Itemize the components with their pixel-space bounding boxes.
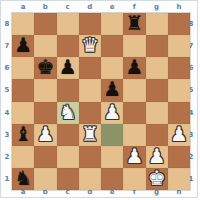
square-g1[interactable]: ♚: [146, 168, 168, 190]
square-a3[interactable]: ♝: [12, 124, 34, 146]
square-a1[interactable]: ♞: [12, 168, 34, 190]
file-label-g: g: [146, 2, 168, 12]
square-d2[interactable]: [79, 146, 101, 168]
square-c2[interactable]: [57, 146, 79, 168]
square-b3[interactable]: ♟: [34, 124, 56, 146]
square-d7[interactable]: ♛: [79, 35, 101, 57]
piece-black-pawn[interactable]: ♟: [125, 57, 143, 77]
piece-white-pawn[interactable]: ♟: [103, 102, 121, 122]
rank-label-8: 8: [2, 13, 12, 35]
rank-label-5: 5: [2, 79, 12, 101]
square-a4[interactable]: [12, 102, 34, 124]
chess-board: ♜♟♛♚♟♟♟♞♟♝♟♜♟♟♟♞♚: [12, 13, 190, 190]
square-e3[interactable]: [101, 124, 123, 146]
square-d1[interactable]: [79, 168, 101, 190]
file-label-b: b: [34, 2, 56, 12]
square-c8[interactable]: [57, 13, 79, 35]
square-d8[interactable]: [79, 13, 101, 35]
piece-white-queen[interactable]: ♛: [81, 35, 99, 55]
square-h6[interactable]: [168, 57, 190, 79]
file-label-c: c: [57, 2, 79, 12]
square-h4[interactable]: [168, 102, 190, 124]
square-c4[interactable]: ♞: [57, 102, 79, 124]
square-g7[interactable]: [146, 35, 168, 57]
square-b6[interactable]: ♚: [34, 57, 56, 79]
square-e5[interactable]: ♟: [101, 79, 123, 101]
piece-black-pawn[interactable]: ♟: [103, 79, 121, 99]
square-c6[interactable]: ♟: [57, 57, 79, 79]
piece-black-king[interactable]: ♚: [36, 57, 54, 77]
square-g4[interactable]: [146, 102, 168, 124]
square-e8[interactable]: [101, 13, 123, 35]
square-a8[interactable]: [12, 13, 34, 35]
square-d3[interactable]: ♜: [79, 124, 101, 146]
square-c5[interactable]: [57, 79, 79, 101]
square-a6[interactable]: [12, 57, 34, 79]
file-label-a: a: [12, 2, 34, 12]
square-b7[interactable]: [34, 35, 56, 57]
chess-board-widget: abcdefgh abcdefgh 87654321 87654321 ♜♟♛♚…: [0, 0, 198, 198]
piece-white-knight[interactable]: ♞: [59, 102, 77, 122]
file-label-d: d: [79, 2, 101, 12]
square-c1[interactable]: [57, 168, 79, 190]
piece-black-pawn[interactable]: ♟: [59, 57, 77, 77]
piece-black-rook[interactable]: ♜: [125, 13, 143, 33]
square-e7[interactable]: [101, 35, 123, 57]
piece-white-king[interactable]: ♚: [148, 168, 166, 188]
square-a7[interactable]: ♟: [12, 35, 34, 57]
square-c7[interactable]: [57, 35, 79, 57]
square-c3[interactable]: [57, 124, 79, 146]
square-b1[interactable]: [34, 168, 56, 190]
piece-black-pawn[interactable]: ♟: [14, 35, 32, 55]
file-labels-top: abcdefgh: [12, 2, 190, 12]
square-h1[interactable]: [168, 168, 190, 190]
square-f2[interactable]: ♟: [123, 146, 145, 168]
rank-label-1: 1: [2, 168, 12, 190]
square-f3[interactable]: [123, 124, 145, 146]
square-h7[interactable]: [168, 35, 190, 57]
file-label-e: e: [101, 2, 123, 12]
square-b4[interactable]: [34, 102, 56, 124]
square-b8[interactable]: [34, 13, 56, 35]
square-a5[interactable]: [12, 79, 34, 101]
square-e1[interactable]: [101, 168, 123, 190]
square-f4[interactable]: [123, 102, 145, 124]
piece-white-rook[interactable]: ♜: [81, 124, 99, 144]
square-d6[interactable]: [79, 57, 101, 79]
square-g3[interactable]: [146, 124, 168, 146]
square-a2[interactable]: [12, 146, 34, 168]
square-f7[interactable]: [123, 35, 145, 57]
square-b2[interactable]: [34, 146, 56, 168]
square-e4[interactable]: ♟: [101, 102, 123, 124]
square-g8[interactable]: [146, 13, 168, 35]
square-f6[interactable]: ♟: [123, 57, 145, 79]
piece-black-bishop[interactable]: ♝: [14, 124, 32, 144]
rank-label-3: 3: [2, 124, 12, 146]
square-b5[interactable]: [34, 79, 56, 101]
square-g5[interactable]: [146, 79, 168, 101]
square-h5[interactable]: [168, 79, 190, 101]
rank-labels-left: 87654321: [2, 13, 12, 190]
piece-white-pawn[interactable]: ♟: [36, 124, 54, 144]
piece-white-pawn[interactable]: ♟: [148, 146, 166, 166]
file-label-h: h: [168, 2, 190, 12]
square-h3[interactable]: ♟: [168, 124, 190, 146]
piece-white-pawn[interactable]: ♟: [125, 146, 143, 166]
square-g2[interactable]: ♟: [146, 146, 168, 168]
rank-label-7: 7: [2, 35, 12, 57]
square-e2[interactable]: [101, 146, 123, 168]
piece-white-pawn[interactable]: ♟: [170, 124, 188, 144]
square-d4[interactable]: [79, 102, 101, 124]
square-g6[interactable]: [146, 57, 168, 79]
square-d5[interactable]: [79, 79, 101, 101]
square-f8[interactable]: ♜: [123, 13, 145, 35]
square-f5[interactable]: [123, 79, 145, 101]
square-h8[interactable]: [168, 13, 190, 35]
rank-label-6: 6: [2, 57, 12, 79]
square-f1[interactable]: [123, 168, 145, 190]
square-h2[interactable]: [168, 146, 190, 168]
rank-label-2: 2: [2, 146, 12, 168]
square-e6[interactable]: [101, 57, 123, 79]
rank-label-4: 4: [2, 102, 12, 124]
piece-black-knight[interactable]: ♞: [14, 168, 32, 188]
